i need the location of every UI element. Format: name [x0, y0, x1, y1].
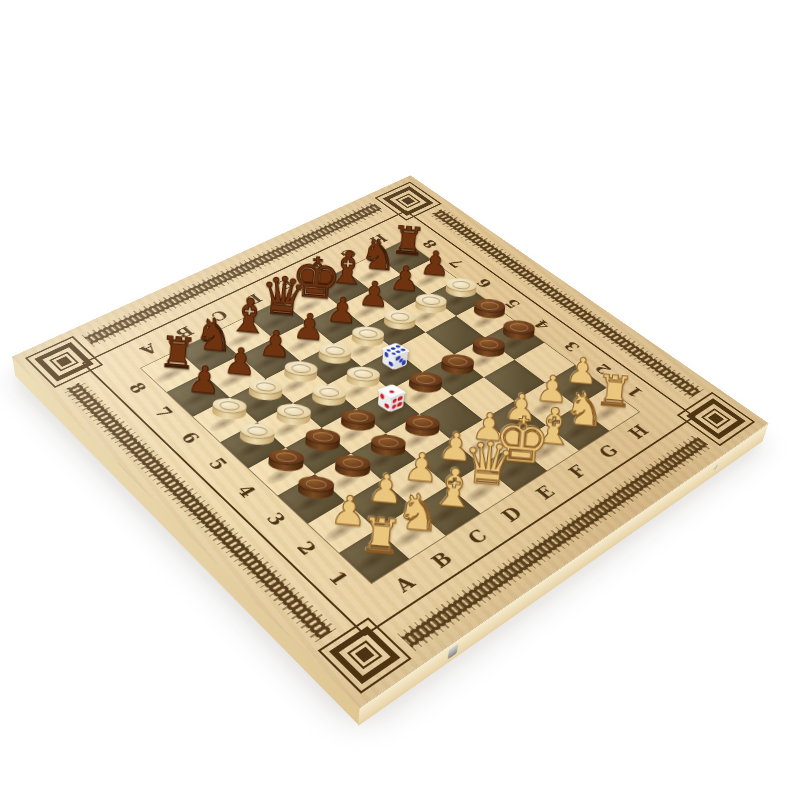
file-label-bottom-B: B — [421, 545, 467, 580]
rank-label-left-6: 6 — [166, 424, 209, 454]
dark-checker-a4[interactable] — [268, 448, 305, 476]
light-checker-d5[interactable] — [346, 365, 381, 391]
metal-latch — [448, 644, 458, 659]
light-checker-c6[interactable] — [283, 360, 318, 386]
corner-squares-motif — [677, 392, 755, 446]
rank-label-left-2: 2 — [281, 533, 327, 568]
file-label-bottom-F: F — [558, 458, 601, 489]
light-checker-c5[interactable] — [311, 384, 346, 410]
die-red-top-1[interactable] — [375, 379, 407, 415]
file-label-bottom-H: H — [620, 419, 661, 448]
rank-label-left-8: 8 — [114, 375, 155, 403]
rank-label-left-3: 3 — [251, 504, 296, 537]
file-label-bottom-C: C — [457, 522, 502, 556]
dark-checker-c4[interactable] — [340, 408, 376, 435]
dark-pawn-a7[interactable]: ♟ — [169, 359, 238, 402]
rank-label-left-4: 4 — [222, 477, 266, 509]
rank-label-left-5: 5 — [194, 450, 237, 481]
light-checker-b6[interactable] — [248, 378, 283, 404]
light-checker-b5[interactable] — [276, 403, 312, 430]
rank-label-left-7: 7 — [140, 400, 182, 429]
file-label-bottom-G: G — [590, 438, 632, 468]
rank-label-left-1: 1 — [313, 562, 359, 598]
game-board: 11AA22BB33CC44DD55EE66FF77GG88HH ♜♞♝♛♚♝♞… — [11, 175, 768, 708]
product-photo-scene: 11AA22BB33CC44DD55EE66FF77GG88HH ♜♞♝♛♚♝♞… — [0, 0, 800, 800]
light-checker-a5[interactable] — [239, 422, 275, 449]
light-rook-a1[interactable]: ♜ — [342, 510, 420, 564]
light-checker-a6[interactable] — [211, 397, 247, 424]
dark-checker-b4[interactable] — [304, 428, 340, 455]
metal-screw — [713, 464, 718, 471]
file-label-bottom-D: D — [492, 500, 536, 533]
file-label-bottom-A: A — [384, 568, 430, 604]
dark-checker-e4[interactable] — [408, 371, 443, 397]
file-label-bottom-E: E — [526, 479, 569, 511]
